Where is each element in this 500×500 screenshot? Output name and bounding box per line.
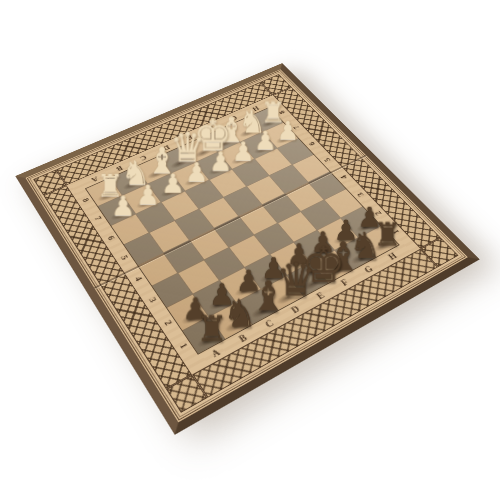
rank-label-4: 4 bbox=[132, 275, 143, 283]
rank-label-3: 3 bbox=[147, 297, 158, 305]
rank-label-5: 5 bbox=[323, 157, 332, 163]
rank-label-8: 8 bbox=[80, 197, 90, 203]
chess-board: ABCDEFGH ABCDEFGH 12345678 12345678 ♜♞♝♛… bbox=[15, 63, 479, 435]
piece-light-pawn-c7: ♟ bbox=[159, 170, 186, 196]
rank-label-6: 6 bbox=[307, 141, 316, 147]
piece-light-pawn-b7: ♟ bbox=[135, 181, 162, 208]
piece-light-pawn-g7: ♟ bbox=[253, 128, 279, 153]
perspective-wrapper: ABCDEFGH ABCDEFGH 12345678 12345678 ♜♞♝♛… bbox=[0, 0, 500, 500]
piece-dark-rook-a1: ♜ bbox=[196, 311, 227, 346]
piece-light-pawn-f7: ♟ bbox=[230, 138, 256, 164]
piece-dark-knight-b1: ♞ bbox=[223, 294, 253, 332]
product-photo: ABCDEFGH ABCDEFGH 12345678 12345678 ♜♞♝♛… bbox=[0, 0, 500, 500]
piece-light-pawn-a7: ♟ bbox=[109, 192, 136, 219]
piece-light-pawn-e7: ♟ bbox=[207, 148, 233, 174]
piece-light-pawn-d7: ♟ bbox=[183, 159, 210, 185]
board-top-face: ABCDEFGH ABCDEFGH 12345678 12345678 ♜♞♝♛… bbox=[25, 69, 467, 422]
piece-light-pawn-h7: ♟ bbox=[275, 118, 300, 143]
